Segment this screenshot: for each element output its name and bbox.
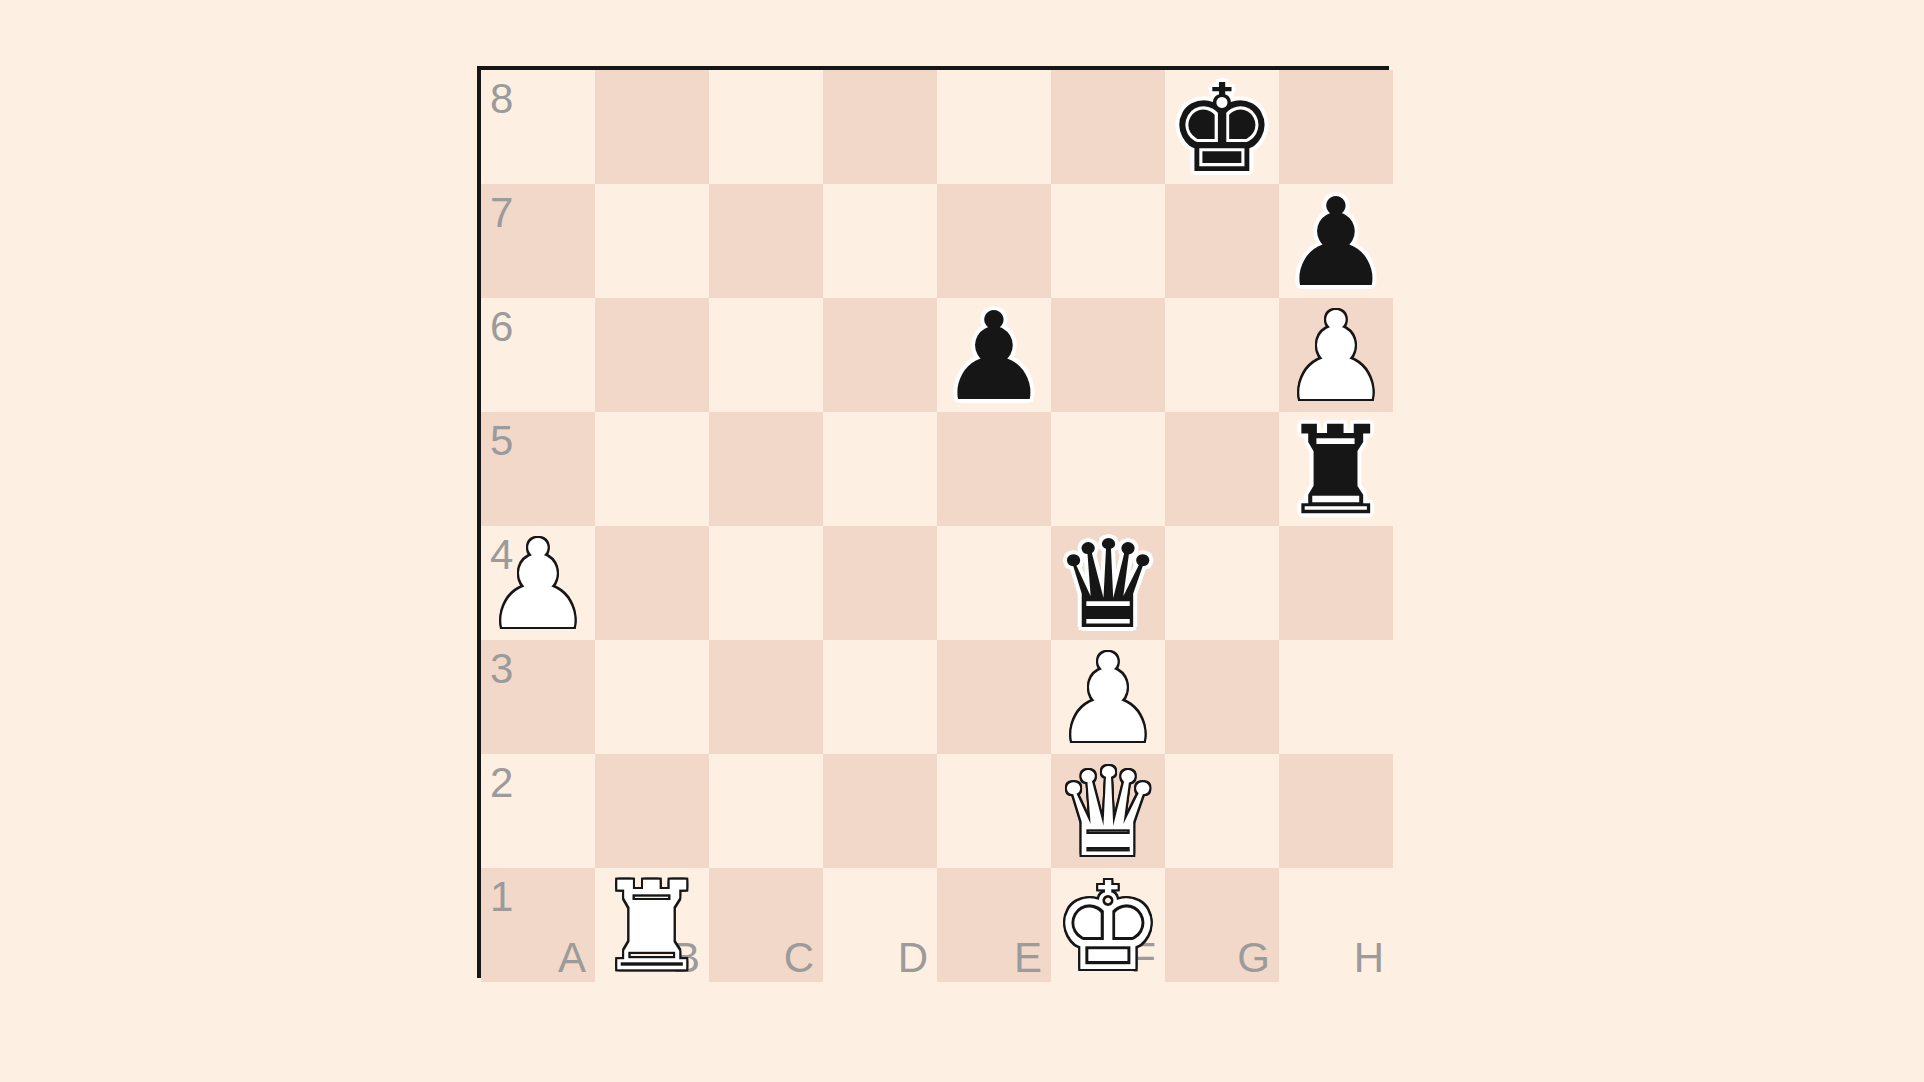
rank-label-5: 5 <box>490 420 513 462</box>
square-g2[interactable] <box>1165 754 1279 868</box>
white-queen-f2[interactable]: ♛ <box>1051 756 1165 870</box>
square-g6[interactable] <box>1165 298 1279 412</box>
square-c8[interactable] <box>709 70 823 184</box>
black-pawn-e6[interactable]: ♟ <box>937 300 1051 414</box>
square-c4[interactable] <box>709 526 823 640</box>
file-label-a: A <box>558 937 586 979</box>
square-h5[interactable]: ♜ <box>1279 412 1393 526</box>
rank-label-8: 8 <box>490 78 513 120</box>
square-h2[interactable] <box>1279 754 1393 868</box>
square-b1[interactable]: B♜ <box>595 868 709 982</box>
square-a4[interactable]: 4♟ <box>481 526 595 640</box>
square-g3[interactable] <box>1165 640 1279 754</box>
square-e7[interactable] <box>937 184 1051 298</box>
square-a1[interactable]: 1A <box>481 868 595 982</box>
chess-board: 8♚7♟6♟♟5♜4♟♛3♟2♛1AB♜CDEF♚GH <box>477 66 1389 978</box>
square-h8[interactable] <box>1279 70 1393 184</box>
black-rook-h5[interactable]: ♜ <box>1279 414 1393 528</box>
file-label-e: E <box>1014 937 1042 979</box>
square-g8[interactable]: ♚ <box>1165 70 1279 184</box>
square-b2[interactable] <box>595 754 709 868</box>
black-queen-f4[interactable]: ♛ <box>1051 528 1165 642</box>
square-d2[interactable] <box>823 754 937 868</box>
square-c2[interactable] <box>709 754 823 868</box>
square-a3[interactable]: 3 <box>481 640 595 754</box>
file-label-h: H <box>1354 937 1384 979</box>
square-f5[interactable] <box>1051 412 1165 526</box>
square-e5[interactable] <box>937 412 1051 526</box>
file-label-c: C <box>784 937 814 979</box>
square-f7[interactable] <box>1051 184 1165 298</box>
square-e6[interactable]: ♟ <box>937 298 1051 412</box>
square-d5[interactable] <box>823 412 937 526</box>
square-h7[interactable]: ♟ <box>1279 184 1393 298</box>
square-c3[interactable] <box>709 640 823 754</box>
square-f8[interactable] <box>1051 70 1165 184</box>
square-b8[interactable] <box>595 70 709 184</box>
square-g1[interactable]: G <box>1165 868 1279 982</box>
square-a2[interactable]: 2 <box>481 754 595 868</box>
square-a5[interactable]: 5 <box>481 412 595 526</box>
square-e8[interactable] <box>937 70 1051 184</box>
square-a8[interactable]: 8 <box>481 70 595 184</box>
black-king-g8[interactable]: ♚ <box>1165 72 1279 186</box>
square-b7[interactable] <box>595 184 709 298</box>
file-label-d: D <box>898 937 928 979</box>
square-e3[interactable] <box>937 640 1051 754</box>
square-b3[interactable] <box>595 640 709 754</box>
square-b4[interactable] <box>595 526 709 640</box>
black-pawn-h7[interactable]: ♟ <box>1279 186 1393 300</box>
square-c6[interactable] <box>709 298 823 412</box>
rank-label-6: 6 <box>490 306 513 348</box>
white-pawn-h6[interactable]: ♟ <box>1279 300 1393 414</box>
rank-label-7: 7 <box>490 192 513 234</box>
square-c5[interactable] <box>709 412 823 526</box>
square-d6[interactable] <box>823 298 937 412</box>
square-h3[interactable] <box>1279 640 1393 754</box>
square-h6[interactable]: ♟ <box>1279 298 1393 412</box>
rank-label-2: 2 <box>490 762 513 804</box>
square-h1[interactable]: H <box>1279 868 1393 982</box>
square-f6[interactable] <box>1051 298 1165 412</box>
square-f1[interactable]: F♚ <box>1051 868 1165 982</box>
square-d7[interactable] <box>823 184 937 298</box>
square-d8[interactable] <box>823 70 937 184</box>
file-label-g: G <box>1237 937 1270 979</box>
square-a7[interactable]: 7 <box>481 184 595 298</box>
white-king-f1[interactable]: ♚ <box>1051 870 1165 984</box>
square-d4[interactable] <box>823 526 937 640</box>
rank-label-1: 1 <box>490 876 513 918</box>
square-d1[interactable]: D <box>823 868 937 982</box>
square-f3[interactable]: ♟ <box>1051 640 1165 754</box>
square-d3[interactable] <box>823 640 937 754</box>
square-e1[interactable]: E <box>937 868 1051 982</box>
square-f4[interactable]: ♛ <box>1051 526 1165 640</box>
square-c1[interactable]: C <box>709 868 823 982</box>
square-f2[interactable]: ♛ <box>1051 754 1165 868</box>
white-rook-b1[interactable]: ♜ <box>595 870 709 984</box>
white-pawn-a4[interactable]: ♟ <box>481 528 595 642</box>
square-a6[interactable]: 6 <box>481 298 595 412</box>
white-pawn-f3[interactable]: ♟ <box>1051 642 1165 756</box>
square-g4[interactable] <box>1165 526 1279 640</box>
square-e2[interactable] <box>937 754 1051 868</box>
square-g7[interactable] <box>1165 184 1279 298</box>
square-h4[interactable] <box>1279 526 1393 640</box>
square-g5[interactable] <box>1165 412 1279 526</box>
square-b6[interactable] <box>595 298 709 412</box>
square-b5[interactable] <box>595 412 709 526</box>
square-e4[interactable] <box>937 526 1051 640</box>
square-c7[interactable] <box>709 184 823 298</box>
